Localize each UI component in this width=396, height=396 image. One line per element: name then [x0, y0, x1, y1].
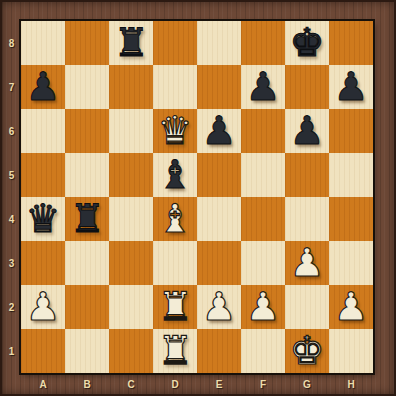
square-g8[interactable]: ♚: [285, 21, 329, 65]
square-a7[interactable]: ♟: [21, 65, 65, 109]
file-label-d: D: [153, 375, 197, 396]
black-rook[interactable]: ♜: [70, 197, 105, 241]
square-g3[interactable]: ♟: [285, 241, 329, 285]
chess-board-frame: 87654321 ♜♚♟♟♟♛♟♟♝♛♜♝♟♟♜♟♟♟♜♚ ABCDEFGH: [0, 0, 396, 396]
square-d1[interactable]: ♜: [153, 329, 197, 373]
rank-label-6: 6: [2, 109, 21, 153]
file-label-h: H: [329, 375, 373, 396]
white-queen[interactable]: ♛: [158, 109, 193, 153]
rank-label-7: 7: [2, 65, 21, 109]
square-c1[interactable]: [109, 329, 153, 373]
white-pawn[interactable]: ♟: [202, 285, 237, 329]
square-g2[interactable]: [285, 285, 329, 329]
file-label-e: E: [197, 375, 241, 396]
rank-label-2: 2: [2, 285, 21, 329]
square-f8[interactable]: [241, 21, 285, 65]
file-labels: ABCDEFGH: [21, 375, 373, 396]
square-d5[interactable]: ♝: [153, 153, 197, 197]
square-d2[interactable]: ♜: [153, 285, 197, 329]
square-c8[interactable]: ♜: [109, 21, 153, 65]
square-h5[interactable]: [329, 153, 373, 197]
black-king[interactable]: ♚: [290, 21, 325, 65]
square-b8[interactable]: [65, 21, 109, 65]
square-c6[interactable]: [109, 109, 153, 153]
square-a8[interactable]: [21, 21, 65, 65]
file-label-a: A: [21, 375, 65, 396]
square-h3[interactable]: [329, 241, 373, 285]
black-pawn[interactable]: ♟: [246, 65, 281, 109]
black-bishop[interactable]: ♝: [158, 153, 193, 197]
square-a1[interactable]: [21, 329, 65, 373]
square-b3[interactable]: [65, 241, 109, 285]
square-a2[interactable]: ♟: [21, 285, 65, 329]
square-c5[interactable]: [109, 153, 153, 197]
file-label-g: G: [285, 375, 329, 396]
file-label-f: F: [241, 375, 285, 396]
square-e8[interactable]: [197, 21, 241, 65]
square-f5[interactable]: [241, 153, 285, 197]
rank-label-8: 8: [2, 21, 21, 65]
square-e2[interactable]: ♟: [197, 285, 241, 329]
square-c4[interactable]: [109, 197, 153, 241]
square-g1[interactable]: ♚: [285, 329, 329, 373]
white-pawn[interactable]: ♟: [334, 285, 369, 329]
square-b2[interactable]: [65, 285, 109, 329]
black-rook[interactable]: ♜: [114, 21, 149, 65]
square-g7[interactable]: [285, 65, 329, 109]
white-pawn[interactable]: ♟: [26, 285, 61, 329]
black-pawn[interactable]: ♟: [202, 109, 237, 153]
square-f6[interactable]: [241, 109, 285, 153]
square-a6[interactable]: [21, 109, 65, 153]
square-h1[interactable]: [329, 329, 373, 373]
square-b4[interactable]: ♜: [65, 197, 109, 241]
white-rook[interactable]: ♜: [158, 329, 193, 373]
square-a4[interactable]: ♛: [21, 197, 65, 241]
square-c3[interactable]: [109, 241, 153, 285]
rank-label-5: 5: [2, 153, 21, 197]
square-h7[interactable]: ♟: [329, 65, 373, 109]
black-pawn[interactable]: ♟: [334, 65, 369, 109]
square-a3[interactable]: [21, 241, 65, 285]
rank-label-1: 1: [2, 329, 21, 373]
black-queen[interactable]: ♛: [26, 197, 61, 241]
black-pawn[interactable]: ♟: [26, 65, 61, 109]
square-e4[interactable]: [197, 197, 241, 241]
square-g6[interactable]: ♟: [285, 109, 329, 153]
square-f3[interactable]: [241, 241, 285, 285]
chess-board: ♜♚♟♟♟♛♟♟♝♛♜♝♟♟♜♟♟♟♜♚: [21, 21, 373, 373]
square-f1[interactable]: [241, 329, 285, 373]
white-king[interactable]: ♚: [290, 329, 325, 373]
square-e5[interactable]: [197, 153, 241, 197]
square-d4[interactable]: ♝: [153, 197, 197, 241]
square-e3[interactable]: [197, 241, 241, 285]
square-e7[interactable]: [197, 65, 241, 109]
square-c2[interactable]: [109, 285, 153, 329]
square-b7[interactable]: [65, 65, 109, 109]
square-d7[interactable]: [153, 65, 197, 109]
square-h6[interactable]: [329, 109, 373, 153]
black-pawn[interactable]: ♟: [290, 109, 325, 153]
square-g4[interactable]: [285, 197, 329, 241]
square-h4[interactable]: [329, 197, 373, 241]
square-h8[interactable]: [329, 21, 373, 65]
square-f4[interactable]: [241, 197, 285, 241]
square-b6[interactable]: [65, 109, 109, 153]
square-e6[interactable]: ♟: [197, 109, 241, 153]
white-rook[interactable]: ♜: [158, 285, 193, 329]
white-pawn[interactable]: ♟: [290, 241, 325, 285]
square-f2[interactable]: ♟: [241, 285, 285, 329]
white-bishop[interactable]: ♝: [158, 197, 193, 241]
square-e1[interactable]: [197, 329, 241, 373]
file-label-b: B: [65, 375, 109, 396]
rank-label-3: 3: [2, 241, 21, 285]
square-a5[interactable]: [21, 153, 65, 197]
square-d6[interactable]: ♛: [153, 109, 197, 153]
rank-label-4: 4: [2, 197, 21, 241]
square-g5[interactable]: [285, 153, 329, 197]
square-d3[interactable]: [153, 241, 197, 285]
square-d8[interactable]: [153, 21, 197, 65]
square-c7[interactable]: [109, 65, 153, 109]
square-b1[interactable]: [65, 329, 109, 373]
square-f7[interactable]: ♟: [241, 65, 285, 109]
file-label-c: C: [109, 375, 153, 396]
rank-labels: 87654321: [2, 21, 21, 373]
white-pawn[interactable]: ♟: [246, 285, 281, 329]
square-b5[interactable]: [65, 153, 109, 197]
square-h2[interactable]: ♟: [329, 285, 373, 329]
